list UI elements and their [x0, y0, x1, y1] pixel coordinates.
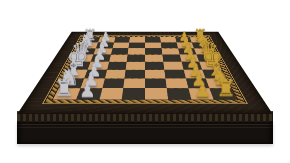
square: ♞ [206, 78, 231, 88]
square [125, 70, 145, 79]
square: ♛ [197, 55, 218, 62]
square [162, 55, 181, 62]
chess-board: ♜♟♟♜♞♟♟♞♝♟♟♝♛♟♟♛♚♟♟♚♝♟♟♝♞♟♟♞♜♟♟♜ [20, 32, 270, 113]
square: ♟ [84, 70, 107, 79]
square: ♟ [91, 55, 111, 62]
chess-set-photo: ♜♟♟♜♞♟♟♞♝♟♟♝♛♟♟♛♚♟♟♚♝♟♟♝♞♟♟♞♜♟♟♜ [0, 0, 290, 163]
square [145, 88, 168, 99]
base-front-face [17, 121, 273, 144]
square [127, 55, 145, 62]
square: ♟ [88, 62, 109, 70]
board-grid: ♜♟♟♜♞♟♟♞♝♟♟♝♛♟♟♛♚♟♟♚♝♟♟♝♞♟♟♞♜♟♟♜ [52, 37, 238, 100]
square [104, 70, 125, 79]
square [107, 62, 127, 70]
square [145, 70, 165, 79]
square [145, 78, 167, 88]
square [145, 55, 163, 62]
board-base-box [17, 111, 273, 143]
square: ♚ [199, 62, 221, 70]
piece-black-rook: ♜ [193, 27, 207, 42]
decorative-border: ♜♟♟♜♞♟♟♞♝♟♟♝♛♟♟♛♚♟♟♚♝♟♟♝♞♟♟♞♜♟♟♜ [43, 36, 246, 104]
square [165, 78, 188, 88]
square [102, 78, 125, 88]
square [126, 62, 145, 70]
square: ♟ [76, 88, 102, 99]
board-frame: ♜♟♟♜♞♟♟♞♝♟♟♝♛♟♟♛♚♟♟♚♝♟♟♝♞♟♟♞♜♟♟♜ [20, 32, 270, 113]
square: ♟ [80, 78, 104, 88]
square [145, 62, 164, 70]
square: ♟ [188, 88, 214, 99]
square [122, 88, 145, 99]
square: ♜ [210, 88, 237, 99]
piece-white-pawn: ♟ [100, 30, 111, 43]
square [167, 88, 191, 99]
piece-white-pawn: ♟ [87, 62, 102, 78]
piece-black-pawn: ♟ [188, 62, 203, 78]
square [163, 62, 183, 70]
square [164, 70, 185, 79]
piece-black-pawn: ♟ [178, 30, 189, 43]
square [109, 55, 128, 62]
piece-white-rook: ♜ [83, 27, 97, 42]
square [123, 78, 145, 88]
square [99, 88, 123, 99]
square: ♝ [202, 70, 226, 79]
